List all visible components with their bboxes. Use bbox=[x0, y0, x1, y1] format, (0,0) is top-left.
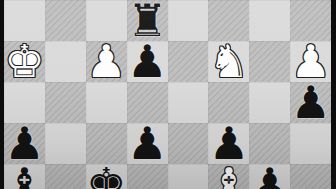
board: ♜♚♟♟♞♟♟♟♟♟♝♚♝♟ bbox=[4, 0, 331, 189]
square-g6[interactable] bbox=[249, 82, 290, 123]
square-h4[interactable] bbox=[290, 164, 331, 189]
chess-screenshot: ♜♚♟♟♞♟♟♟♟♟♝♚♝♟ bbox=[0, 0, 336, 189]
square-b7[interactable] bbox=[45, 41, 86, 82]
piece-black-pawn[interactable]: ♟ bbox=[290, 82, 330, 123]
piece-black-pawn[interactable]: ♟ bbox=[127, 123, 167, 164]
right-frame-bar bbox=[331, 0, 336, 189]
square-e8[interactable] bbox=[168, 0, 209, 41]
square-f4[interactable]: ♝ bbox=[208, 164, 249, 189]
square-e4[interactable] bbox=[168, 164, 209, 189]
piece-white-king[interactable]: ♚ bbox=[4, 41, 44, 82]
board-viewport: ♜♚♟♟♞♟♟♟♟♟♝♚♝♟ bbox=[4, 0, 331, 189]
square-b6[interactable] bbox=[45, 82, 86, 123]
square-e5[interactable] bbox=[168, 123, 209, 164]
piece-black-bishop[interactable]: ♝ bbox=[4, 164, 44, 189]
piece-white-knight[interactable]: ♞ bbox=[209, 41, 249, 82]
square-g4[interactable]: ♟ bbox=[249, 164, 290, 189]
square-g8[interactable] bbox=[249, 0, 290, 41]
square-b8[interactable] bbox=[45, 0, 86, 41]
square-c6[interactable] bbox=[86, 82, 127, 123]
square-h5[interactable] bbox=[290, 123, 331, 164]
piece-black-pawn[interactable]: ♟ bbox=[250, 164, 290, 189]
piece-white-pawn[interactable]: ♟ bbox=[86, 41, 126, 82]
piece-white-bishop[interactable]: ♝ bbox=[209, 164, 249, 189]
square-d5[interactable]: ♟ bbox=[127, 123, 168, 164]
square-b5[interactable] bbox=[45, 123, 86, 164]
square-c7[interactable]: ♟ bbox=[86, 41, 127, 82]
square-h6[interactable]: ♟ bbox=[290, 82, 331, 123]
piece-black-pawn[interactable]: ♟ bbox=[127, 41, 167, 82]
square-d7[interactable]: ♟ bbox=[127, 41, 168, 82]
square-a7[interactable]: ♚ bbox=[4, 41, 45, 82]
square-e6[interactable] bbox=[168, 82, 209, 123]
square-g7[interactable] bbox=[249, 41, 290, 82]
square-c4[interactable]: ♚ bbox=[86, 164, 127, 189]
square-f7[interactable]: ♞ bbox=[208, 41, 249, 82]
piece-black-king[interactable]: ♚ bbox=[86, 164, 126, 189]
square-a4[interactable]: ♝ bbox=[4, 164, 45, 189]
square-e7[interactable] bbox=[168, 41, 209, 82]
square-b4[interactable] bbox=[45, 164, 86, 189]
